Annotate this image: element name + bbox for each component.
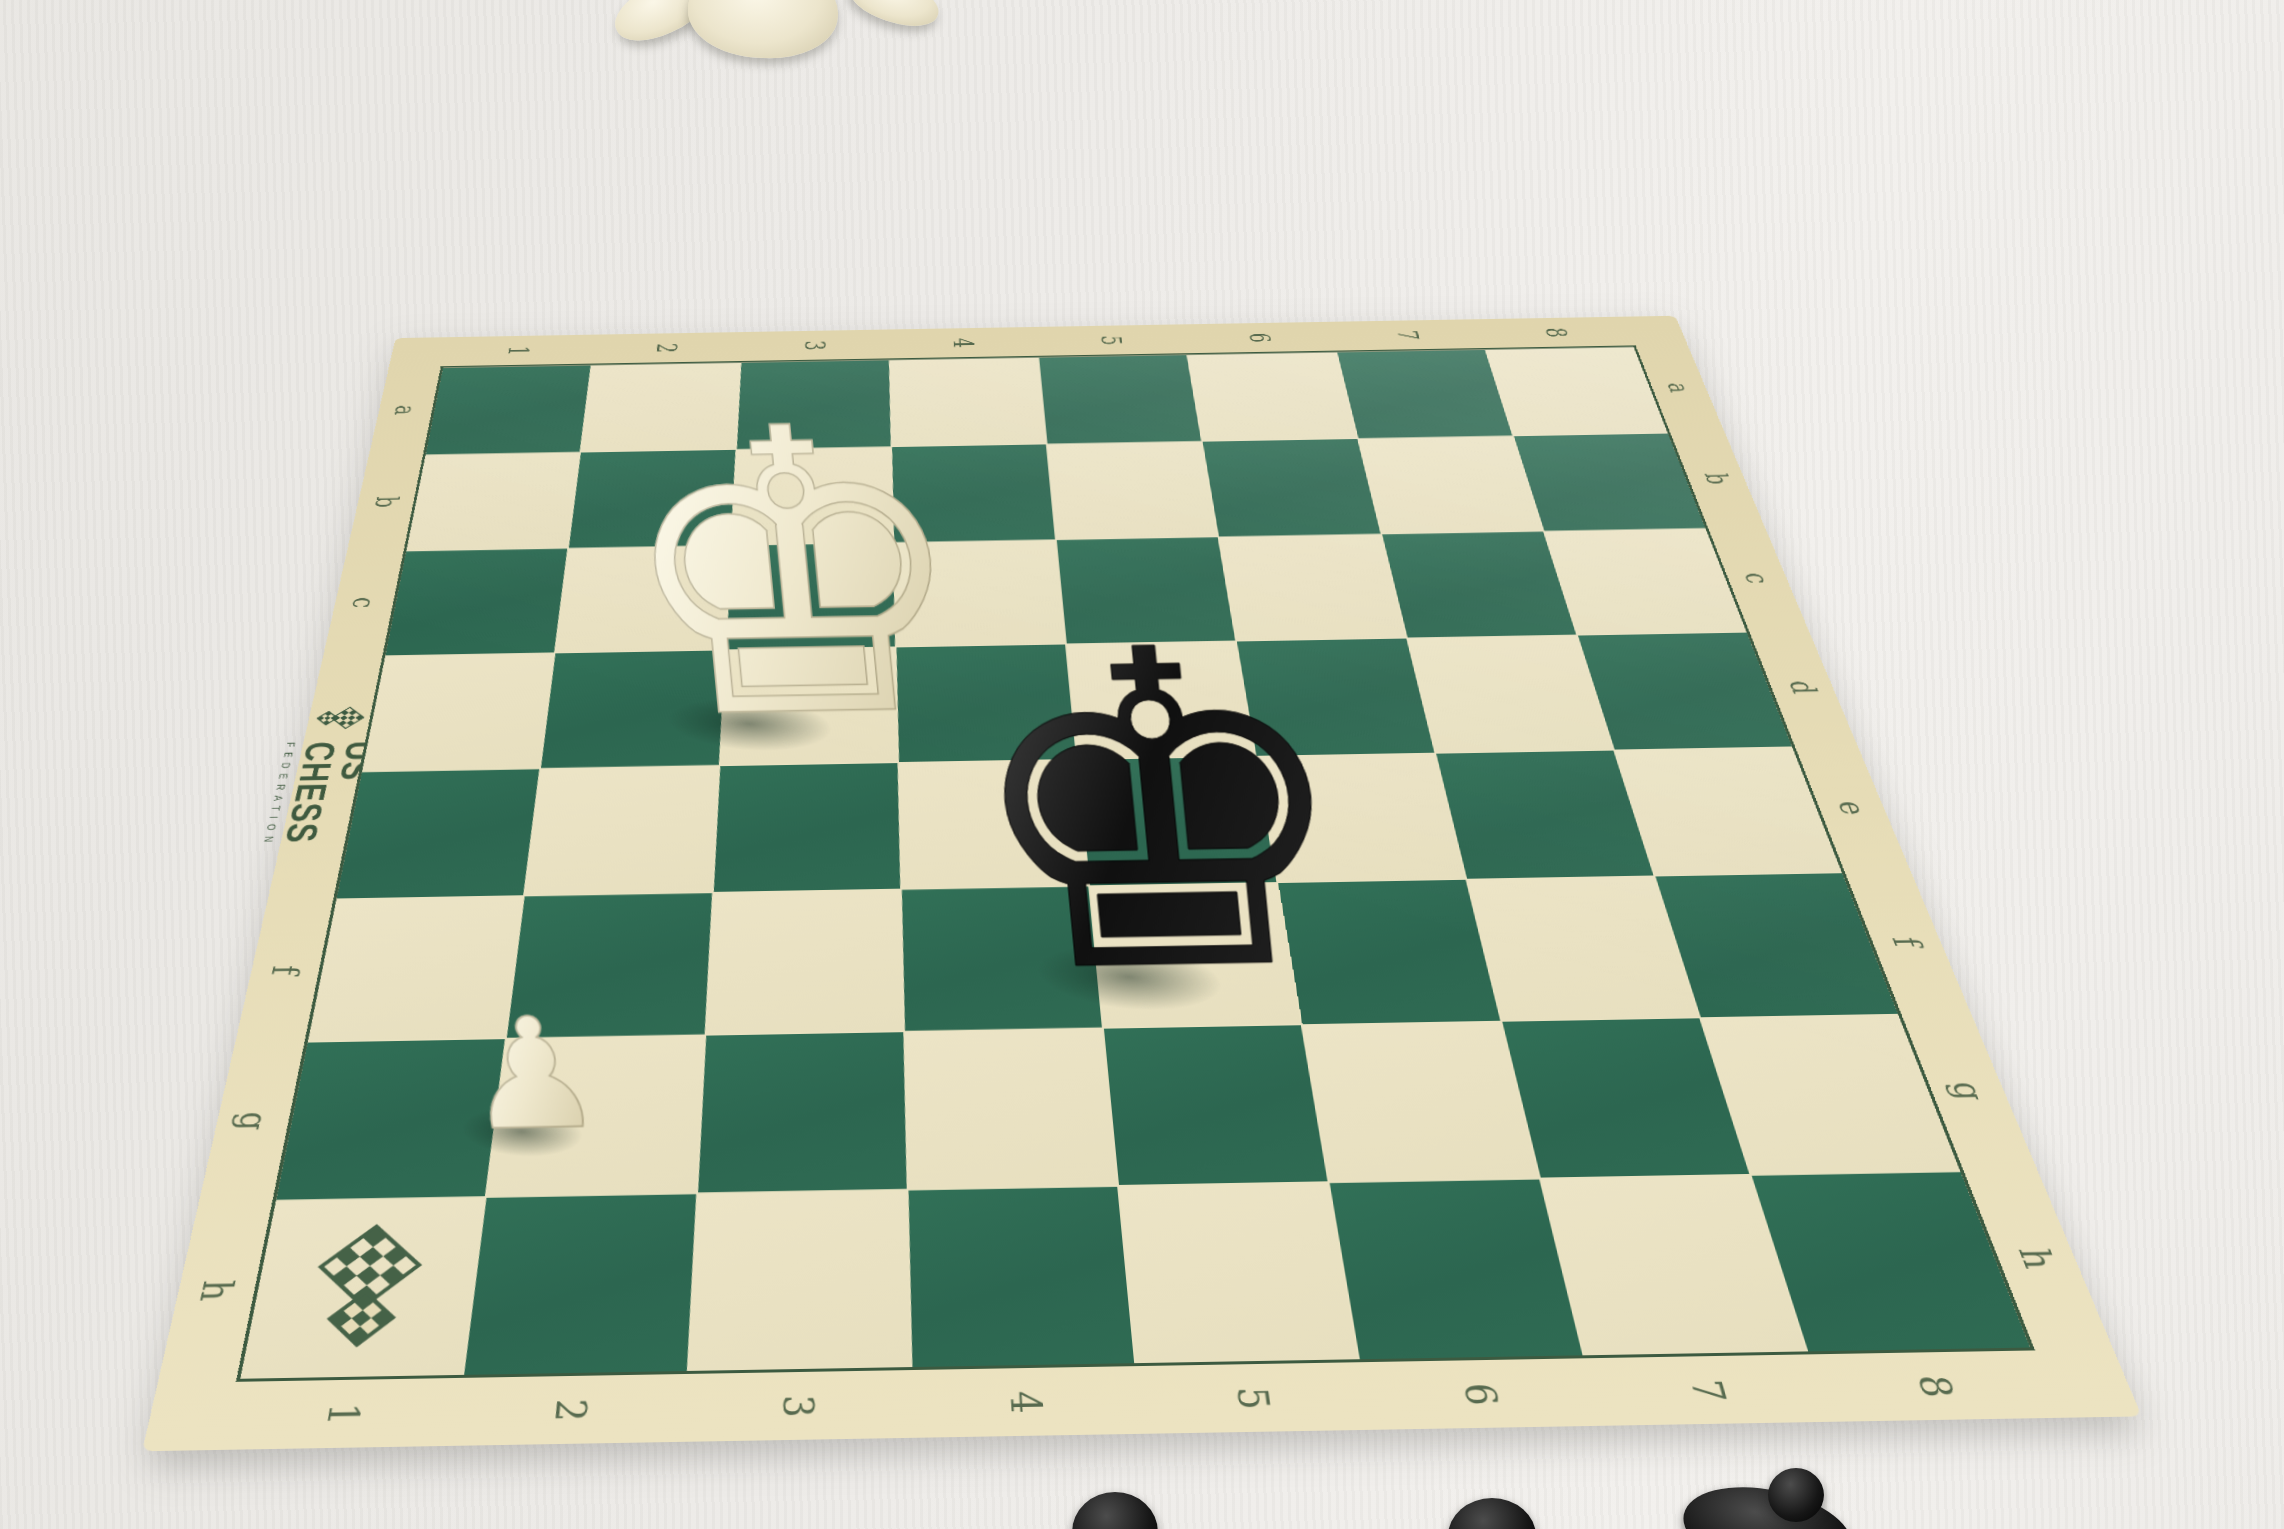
coord-label-bottom-3: 3: [773, 1394, 822, 1417]
square-a6: [1188, 352, 1357, 441]
square-f3: [706, 890, 903, 1034]
piece-black-king-f5: ♚: [947, 635, 1371, 990]
coord-label-bottom-7: 7: [1680, 1378, 1735, 1401]
coord-label-right-c: c: [1737, 572, 1777, 583]
square-h1: [240, 1198, 485, 1379]
square-a1: [426, 365, 591, 455]
coord-label-right-f: f: [1884, 936, 1929, 946]
coord-label-left-g: g: [229, 1111, 277, 1130]
coord-label-right-e: e: [1829, 801, 1874, 815]
board-grid: ♚♚♟: [240, 347, 2029, 1379]
piece-white-pawn-g2: ♟: [458, 1011, 607, 1136]
coord-label-right-g: g: [1942, 1081, 1993, 1100]
coord-label-top-6: 6: [1242, 332, 1276, 342]
coord-label-top-5: 5: [1095, 335, 1128, 345]
coord-label-left-c: c: [345, 597, 383, 608]
table-photo: 12345678 12345678 abcfgh abcdefgh US CHE…: [0, 0, 2284, 1529]
coord-label-left-h: h: [191, 1279, 242, 1301]
square-g3: [698, 1032, 907, 1193]
square-a7: [1337, 350, 1512, 439]
square-a5: [1039, 355, 1201, 444]
square-b6: [1203, 439, 1380, 536]
square-g8: [1701, 1014, 1960, 1174]
coord-label-bottom-4: 4: [1000, 1390, 1050, 1413]
coord-label-bottom-6: 6: [1453, 1382, 1506, 1405]
coord-label-right-d: d: [1781, 680, 1824, 694]
off-board-black-piece: [1768, 1468, 1824, 1522]
chess-mat-surface: 12345678 12345678 abcfgh abcdefgh US CHE…: [142, 316, 2142, 1451]
square-h2: [464, 1194, 695, 1375]
square-g5: [1104, 1025, 1328, 1185]
square-e2: [525, 766, 718, 896]
off-board-black-piece: [1072, 1492, 1158, 1529]
coord-label-left-a: a: [388, 405, 423, 415]
square-c8: [1544, 529, 1746, 635]
coord-label-left-f: f: [264, 965, 307, 975]
playing-area: ♚♚♟: [236, 345, 2035, 1382]
square-g2: ♟: [487, 1035, 704, 1196]
coord-label-bottom-8: 8: [1906, 1374, 1963, 1397]
square-f8: [1655, 874, 1897, 1017]
square-a8: [1486, 347, 1668, 436]
coord-label-top-7: 7: [1390, 330, 1424, 340]
square-e8: [1615, 747, 1842, 876]
square-g6: [1303, 1021, 1539, 1181]
square-h3: [688, 1190, 910, 1371]
square-e3: [713, 763, 900, 892]
coord-label-bottom-1: 1: [317, 1402, 369, 1426]
coord-label-right-h: h: [2009, 1247, 2064, 1269]
coord-label-top-4: 4: [947, 338, 979, 348]
coord-label-bottom-5: 5: [1227, 1386, 1278, 1409]
square-g4: [905, 1028, 1117, 1188]
square-d1: [362, 654, 554, 772]
coord-label-right-b: b: [1697, 473, 1736, 485]
square-c1: [385, 549, 567, 656]
us-chess-logo-icon: [310, 701, 369, 734]
square-b1: [406, 453, 579, 551]
square-b8: [1514, 434, 1705, 531]
square-b7: [1358, 437, 1542, 534]
square-h5: [1119, 1183, 1358, 1363]
corner-logo-icon: [278, 1222, 451, 1353]
coord-label-right-a: a: [1661, 383, 1697, 393]
off-board-black-piece: [1448, 1498, 1536, 1529]
coord-label-top-1: 1: [501, 345, 534, 355]
square-d3: ♚: [720, 648, 897, 765]
square-c7: [1382, 532, 1576, 638]
square-h4: [908, 1187, 1134, 1367]
square-d8: [1578, 633, 1792, 749]
square-h6: [1330, 1179, 1582, 1359]
square-f5: ♚: [1090, 884, 1301, 1027]
coord-label-left-b: b: [368, 496, 404, 508]
piece-white-king-d3: ♚: [603, 415, 985, 735]
chess-mat: 12345678 12345678 abcfgh abcdefgh US CHE…: [0, 0, 2142, 1451]
coord-label-top-8: 8: [1538, 327, 1573, 337]
coord-label-bottom-2: 2: [545, 1398, 595, 1422]
square-b5: [1047, 442, 1217, 539]
square-d7: [1407, 636, 1612, 753]
